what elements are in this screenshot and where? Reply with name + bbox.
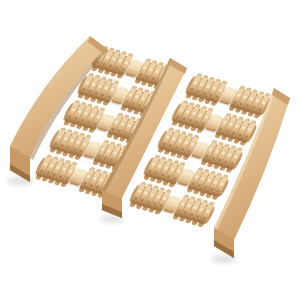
product-photo xyxy=(0,0,300,300)
massager-illustration xyxy=(0,0,300,300)
